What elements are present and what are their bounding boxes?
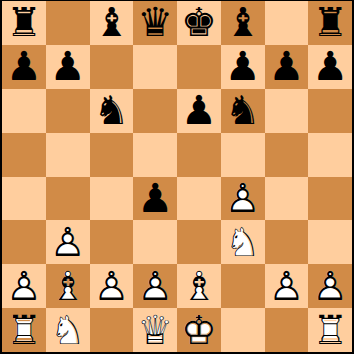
square-f5[interactable] bbox=[221, 133, 265, 177]
square-b8[interactable] bbox=[46, 1, 90, 45]
square-b5[interactable] bbox=[46, 133, 90, 177]
white-queen-d1: ♛♕ bbox=[137, 309, 173, 352]
square-a7[interactable]: ♟ bbox=[2, 45, 46, 89]
square-a4[interactable] bbox=[2, 177, 46, 221]
white-knight-b1: ♞♘ bbox=[50, 309, 86, 352]
square-g1[interactable] bbox=[265, 308, 309, 352]
square-a8[interactable]: ♜ bbox=[2, 1, 46, 45]
black-pawn-g7: ♟ bbox=[268, 45, 304, 88]
white-pawn-b3: ♟♙ bbox=[50, 221, 86, 264]
square-h7[interactable]: ♟ bbox=[308, 45, 352, 89]
square-h8[interactable]: ♜ bbox=[308, 1, 352, 45]
square-e3[interactable] bbox=[177, 220, 221, 264]
square-g4[interactable] bbox=[265, 177, 309, 221]
black-pawn-b7: ♟ bbox=[50, 45, 86, 88]
black-bishop-c8: ♝ bbox=[93, 1, 129, 44]
square-a1[interactable]: ♜♖ bbox=[2, 308, 46, 352]
white-king-e1: ♚♔ bbox=[181, 309, 217, 352]
square-c7[interactable] bbox=[90, 45, 134, 89]
square-b6[interactable] bbox=[46, 89, 90, 133]
square-g7[interactable]: ♟ bbox=[265, 45, 309, 89]
square-b7[interactable]: ♟ bbox=[46, 45, 90, 89]
square-d5[interactable] bbox=[133, 133, 177, 177]
black-bishop-f8: ♝ bbox=[225, 1, 261, 44]
white-pawn-f4: ♟♙ bbox=[225, 177, 261, 220]
square-h3[interactable] bbox=[308, 220, 352, 264]
white-knight-f3: ♞♘ bbox=[225, 221, 261, 264]
square-g5[interactable] bbox=[265, 133, 309, 177]
square-c3[interactable] bbox=[90, 220, 134, 264]
white-pawn-d2: ♟♙ bbox=[137, 265, 173, 308]
square-h6[interactable] bbox=[308, 89, 352, 133]
square-b1[interactable]: ♞♘ bbox=[46, 308, 90, 352]
white-bishop-b2: ♝♗ bbox=[50, 265, 86, 308]
square-a2[interactable]: ♟♙ bbox=[2, 264, 46, 308]
square-b4[interactable] bbox=[46, 177, 90, 221]
square-f8[interactable]: ♝ bbox=[221, 1, 265, 45]
square-f2[interactable] bbox=[221, 264, 265, 308]
white-rook-a1: ♜♖ bbox=[6, 309, 42, 352]
square-b3[interactable]: ♟♙ bbox=[46, 220, 90, 264]
square-d3[interactable] bbox=[133, 220, 177, 264]
square-d7[interactable] bbox=[133, 45, 177, 89]
square-b2[interactable]: ♝♗ bbox=[46, 264, 90, 308]
square-a6[interactable] bbox=[2, 89, 46, 133]
square-d6[interactable] bbox=[133, 89, 177, 133]
square-f3[interactable]: ♞♘ bbox=[221, 220, 265, 264]
square-e7[interactable] bbox=[177, 45, 221, 89]
black-pawn-h7: ♟ bbox=[312, 45, 348, 88]
square-f7[interactable]: ♟ bbox=[221, 45, 265, 89]
square-c2[interactable]: ♟♙ bbox=[90, 264, 134, 308]
black-queen-d8: ♛ bbox=[137, 1, 173, 44]
black-knight-c6: ♞ bbox=[93, 89, 129, 132]
square-h2[interactable]: ♟♙ bbox=[308, 264, 352, 308]
black-king-e8: ♚ bbox=[181, 1, 217, 44]
black-pawn-d4: ♟ bbox=[137, 177, 173, 220]
black-rook-a8: ♜ bbox=[6, 1, 42, 44]
square-e6[interactable]: ♟ bbox=[177, 89, 221, 133]
square-d2[interactable]: ♟♙ bbox=[133, 264, 177, 308]
square-d8[interactable]: ♛ bbox=[133, 1, 177, 45]
square-d1[interactable]: ♛♕ bbox=[133, 308, 177, 352]
black-rook-h8: ♜ bbox=[312, 1, 348, 44]
square-f6[interactable]: ♞ bbox=[221, 89, 265, 133]
square-a5[interactable] bbox=[2, 133, 46, 177]
square-h5[interactable] bbox=[308, 133, 352, 177]
square-e4[interactable] bbox=[177, 177, 221, 221]
black-pawn-f7: ♟ bbox=[225, 45, 261, 88]
black-knight-f6: ♞ bbox=[225, 89, 261, 132]
square-e1[interactable]: ♚♔ bbox=[177, 308, 221, 352]
square-h4[interactable] bbox=[308, 177, 352, 221]
square-c1[interactable] bbox=[90, 308, 134, 352]
square-g6[interactable] bbox=[265, 89, 309, 133]
square-g8[interactable] bbox=[265, 1, 309, 45]
square-c6[interactable]: ♞ bbox=[90, 89, 134, 133]
square-g2[interactable]: ♟♙ bbox=[265, 264, 309, 308]
white-pawn-g2: ♟♙ bbox=[268, 265, 304, 308]
chess-board: ♜♝♛♚♝♜♟♟♟♟♟♞♟♞♟♟♙♟♙♞♘♟♙♝♗♟♙♟♙♝♗♟♙♟♙♜♖♞♘♛… bbox=[0, 0, 354, 354]
square-f4[interactable]: ♟♙ bbox=[221, 177, 265, 221]
square-c5[interactable] bbox=[90, 133, 134, 177]
white-pawn-a2: ♟♙ bbox=[6, 265, 42, 308]
square-c8[interactable]: ♝ bbox=[90, 1, 134, 45]
white-pawn-h2: ♟♙ bbox=[312, 265, 348, 308]
white-bishop-e2: ♝♗ bbox=[181, 265, 217, 308]
black-pawn-a7: ♟ bbox=[6, 45, 42, 88]
square-f1[interactable] bbox=[221, 308, 265, 352]
square-d4[interactable]: ♟ bbox=[133, 177, 177, 221]
square-g3[interactable] bbox=[265, 220, 309, 264]
square-e8[interactable]: ♚ bbox=[177, 1, 221, 45]
square-c4[interactable] bbox=[90, 177, 134, 221]
square-h1[interactable]: ♜♖ bbox=[308, 308, 352, 352]
black-pawn-e6: ♟ bbox=[181, 89, 217, 132]
square-e2[interactable]: ♝♗ bbox=[177, 264, 221, 308]
white-rook-h1: ♜♖ bbox=[312, 309, 348, 352]
white-pawn-c2: ♟♙ bbox=[93, 265, 129, 308]
square-e5[interactable] bbox=[177, 133, 221, 177]
square-a3[interactable] bbox=[2, 220, 46, 264]
